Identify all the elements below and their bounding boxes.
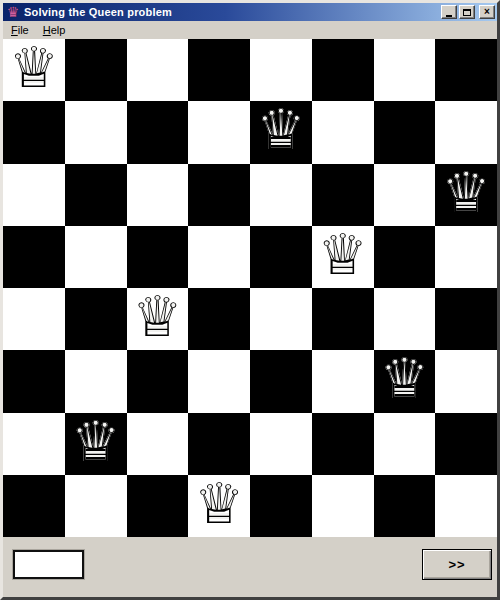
square-c6 xyxy=(127,164,189,226)
close-button[interactable]: × xyxy=(479,5,495,19)
square-f7 xyxy=(312,101,374,163)
square-b1 xyxy=(65,475,127,537)
app-window: ♛ Solving the Queen problem × File Help … xyxy=(0,0,500,600)
square-b8 xyxy=(65,39,127,101)
square-f3 xyxy=(312,350,374,412)
square-e5 xyxy=(250,226,312,288)
square-h4 xyxy=(435,288,497,350)
maximize-icon xyxy=(463,9,471,16)
square-c4: ♛♕ xyxy=(127,288,189,350)
white-queen: ♛♕ xyxy=(127,288,189,350)
white-queen: ♛♕ xyxy=(312,226,374,288)
menu-bar: File Help xyxy=(3,21,497,39)
white-queen: ♛♕ xyxy=(374,350,436,412)
square-a5 xyxy=(3,226,65,288)
square-g7 xyxy=(374,101,436,163)
square-f1 xyxy=(312,475,374,537)
square-f2 xyxy=(312,413,374,475)
square-d4 xyxy=(188,288,250,350)
square-d6 xyxy=(188,164,250,226)
app-queen-icon: ♛ xyxy=(5,4,21,20)
maximize-button[interactable] xyxy=(459,5,475,19)
minimize-icon xyxy=(446,15,452,17)
title-bar[interactable]: ♛ Solving the Queen problem × xyxy=(3,3,497,21)
white-queen: ♛♕ xyxy=(435,164,497,226)
square-e3 xyxy=(250,350,312,412)
square-d2 xyxy=(188,413,250,475)
square-d3 xyxy=(188,350,250,412)
square-a6 xyxy=(3,164,65,226)
square-g8 xyxy=(374,39,436,101)
square-e6 xyxy=(250,164,312,226)
square-c3 xyxy=(127,350,189,412)
white-queen: ♛♕ xyxy=(250,101,312,163)
white-queen: ♛♕ xyxy=(3,39,65,101)
minimize-button[interactable] xyxy=(441,5,457,19)
white-queen: ♛♕ xyxy=(65,413,127,475)
square-a4 xyxy=(3,288,65,350)
square-c8 xyxy=(127,39,189,101)
square-d7 xyxy=(188,101,250,163)
square-b2: ♛♕ xyxy=(65,413,127,475)
square-h5 xyxy=(435,226,497,288)
square-f5: ♛♕ xyxy=(312,226,374,288)
square-a8: ♛♕ xyxy=(3,39,65,101)
white-queen: ♛♕ xyxy=(188,475,250,537)
square-b7 xyxy=(65,101,127,163)
square-f8 xyxy=(312,39,374,101)
square-e1 xyxy=(250,475,312,537)
square-c7 xyxy=(127,101,189,163)
square-d1: ♛♕ xyxy=(188,475,250,537)
square-f4 xyxy=(312,288,374,350)
square-b3 xyxy=(65,350,127,412)
square-h3 xyxy=(435,350,497,412)
square-h8 xyxy=(435,39,497,101)
footer-panel: >> xyxy=(3,537,497,597)
square-a1 xyxy=(3,475,65,537)
window-title: Solving the Queen problem xyxy=(21,6,441,18)
square-c1 xyxy=(127,475,189,537)
square-b5 xyxy=(65,226,127,288)
square-g4 xyxy=(374,288,436,350)
square-c5 xyxy=(127,226,189,288)
square-h2 xyxy=(435,413,497,475)
square-g2 xyxy=(374,413,436,475)
square-g1 xyxy=(374,475,436,537)
square-e8 xyxy=(250,39,312,101)
square-a3 xyxy=(3,350,65,412)
chess-board: ♛♕♛♕♛♕♛♕♛♕♛♕♛♕♛♕ xyxy=(3,39,497,537)
square-g3: ♛♕ xyxy=(374,350,436,412)
square-h1 xyxy=(435,475,497,537)
square-a2 xyxy=(3,413,65,475)
square-d8 xyxy=(188,39,250,101)
square-g6 xyxy=(374,164,436,226)
square-h7 xyxy=(435,101,497,163)
square-b4 xyxy=(65,288,127,350)
square-h6: ♛♕ xyxy=(435,164,497,226)
square-e7: ♛♕ xyxy=(250,101,312,163)
square-f6 xyxy=(312,164,374,226)
square-a7 xyxy=(3,101,65,163)
result-textbox[interactable] xyxy=(13,550,84,579)
square-e4 xyxy=(250,288,312,350)
next-solution-button[interactable]: >> xyxy=(422,549,492,580)
square-e2 xyxy=(250,413,312,475)
square-b6 xyxy=(65,164,127,226)
square-g5 xyxy=(374,226,436,288)
square-d5 xyxy=(188,226,250,288)
square-c2 xyxy=(127,413,189,475)
